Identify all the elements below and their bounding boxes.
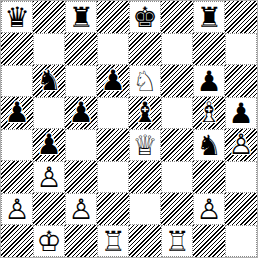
square-f1[interactable]: ♜♖ <box>161 225 193 257</box>
black-pawn-glyph: ♟ <box>33 129 65 161</box>
square-c7[interactable] <box>65 33 97 65</box>
chess-board: ♛♛♜♜♚♚♜♜♞♞♟♟♞♘♟♟♟♟♟♟♝♝♝♗♟♟♟♟♛♕♞♞♟♙♟♙♟♙♟♙… <box>0 0 258 258</box>
square-d6[interactable]: ♟♟ <box>97 65 129 97</box>
white-rook-glyph: ♖ <box>98 226 128 256</box>
black-knight-glyph: ♞ <box>33 65 65 97</box>
black-pawn-b4[interactable]: ♟♟ <box>33 129 65 161</box>
black-pawn-glyph: ♟ <box>226 98 256 128</box>
white-bishop-g5[interactable]: ♝♗ <box>193 97 225 129</box>
square-h8[interactable] <box>225 1 257 33</box>
black-rook-glyph: ♜ <box>194 2 224 32</box>
black-pawn-glyph: ♟ <box>97 65 129 97</box>
white-pawn-glyph: ♙ <box>194 194 224 224</box>
square-d8[interactable] <box>97 1 129 33</box>
square-e5[interactable]: ♝♝ <box>129 97 161 129</box>
square-a4[interactable] <box>1 129 33 161</box>
white-pawn-glyph: ♙ <box>66 194 96 224</box>
black-pawn-a5[interactable]: ♟♟ <box>1 97 33 129</box>
square-h7[interactable] <box>225 33 257 65</box>
square-c3[interactable] <box>65 161 97 193</box>
square-f8[interactable] <box>161 1 193 33</box>
white-king-glyph: ♔ <box>34 226 64 256</box>
square-b6[interactable]: ♞♞ <box>33 65 65 97</box>
square-d5[interactable] <box>97 97 129 129</box>
white-rook-d1[interactable]: ♜♖ <box>98 226 128 256</box>
square-c4[interactable] <box>65 129 97 161</box>
white-bishop-glyph: ♗ <box>193 97 225 129</box>
square-g4[interactable]: ♞♞ <box>193 129 225 161</box>
black-pawn-glyph: ♟ <box>1 97 33 129</box>
square-a8[interactable]: ♛♛ <box>1 1 33 33</box>
square-g3[interactable] <box>193 161 225 193</box>
square-h5[interactable]: ♟♟ <box>225 97 257 129</box>
square-b3[interactable]: ♟♙ <box>33 161 65 193</box>
black-bishop-e5[interactable]: ♝♝ <box>129 97 161 129</box>
black-rook-g8[interactable]: ♜♜ <box>194 2 224 32</box>
square-b7[interactable] <box>33 33 65 65</box>
black-pawn-glyph: ♟ <box>65 97 97 129</box>
square-d1[interactable]: ♜♖ <box>97 225 129 257</box>
square-e7[interactable] <box>129 33 161 65</box>
white-pawn-g2[interactable]: ♟♙ <box>194 194 224 224</box>
black-queen-glyph: ♛ <box>2 2 32 32</box>
square-h2[interactable] <box>225 193 257 225</box>
square-a6[interactable] <box>1 65 33 97</box>
square-f7[interactable] <box>161 33 193 65</box>
square-e6[interactable]: ♞♘ <box>129 65 161 97</box>
square-g6[interactable]: ♟♟ <box>193 65 225 97</box>
white-pawn-h4[interactable]: ♟♙ <box>225 129 257 161</box>
black-bishop-glyph: ♝ <box>129 97 161 129</box>
square-f5[interactable] <box>161 97 193 129</box>
white-rook-f1[interactable]: ♜♖ <box>162 226 192 256</box>
square-c1[interactable] <box>65 225 97 257</box>
white-queen-glyph: ♕ <box>130 130 160 160</box>
square-a2[interactable]: ♟♙ <box>1 193 33 225</box>
white-pawn-c2[interactable]: ♟♙ <box>66 194 96 224</box>
square-e1[interactable] <box>129 225 161 257</box>
white-king-b1[interactable]: ♚♔ <box>34 226 64 256</box>
square-c8[interactable]: ♜♜ <box>65 1 97 33</box>
black-rook-c8[interactable]: ♜♜ <box>66 2 96 32</box>
black-knight-glyph: ♞ <box>194 130 224 160</box>
square-d3[interactable] <box>97 161 129 193</box>
square-b5[interactable] <box>33 97 65 129</box>
square-d4[interactable] <box>97 129 129 161</box>
black-knight-b6[interactable]: ♞♞ <box>33 65 65 97</box>
white-pawn-b3[interactable]: ♟♙ <box>34 162 64 192</box>
square-h3[interactable] <box>225 161 257 193</box>
square-h4[interactable]: ♟♙ <box>225 129 257 161</box>
white-pawn-glyph: ♙ <box>2 194 32 224</box>
square-e3[interactable] <box>129 161 161 193</box>
white-pawn-glyph: ♙ <box>225 129 257 161</box>
square-g2[interactable]: ♟♙ <box>193 193 225 225</box>
black-pawn-glyph: ♟ <box>194 66 224 96</box>
white-knight-glyph: ♘ <box>130 66 160 96</box>
black-king-e8[interactable]: ♚♚ <box>130 2 160 32</box>
square-a3[interactable] <box>1 161 33 193</box>
square-a5[interactable]: ♟♟ <box>1 97 33 129</box>
black-knight-g4[interactable]: ♞♞ <box>194 130 224 160</box>
square-a1[interactable] <box>1 225 33 257</box>
square-f4[interactable] <box>161 129 193 161</box>
square-h1[interactable] <box>225 225 257 257</box>
black-rook-glyph: ♜ <box>66 2 96 32</box>
square-b1[interactable]: ♚♔ <box>33 225 65 257</box>
black-pawn-g6[interactable]: ♟♟ <box>194 66 224 96</box>
square-f2[interactable] <box>161 193 193 225</box>
square-d2[interactable] <box>97 193 129 225</box>
square-g5[interactable]: ♝♗ <box>193 97 225 129</box>
square-d7[interactable] <box>97 33 129 65</box>
black-pawn-c5[interactable]: ♟♟ <box>65 97 97 129</box>
square-h6[interactable] <box>225 65 257 97</box>
black-pawn-h5[interactable]: ♟♟ <box>226 98 256 128</box>
square-f6[interactable] <box>161 65 193 97</box>
square-b2[interactable] <box>33 193 65 225</box>
square-b8[interactable] <box>33 1 65 33</box>
square-g8[interactable]: ♜♜ <box>193 1 225 33</box>
square-c2[interactable]: ♟♙ <box>65 193 97 225</box>
square-c5[interactable]: ♟♟ <box>65 97 97 129</box>
black-queen-a8[interactable]: ♛♛ <box>2 2 32 32</box>
square-a7[interactable] <box>1 33 33 65</box>
white-rook-glyph: ♖ <box>162 226 192 256</box>
square-f3[interactable] <box>161 161 193 193</box>
black-king-glyph: ♚ <box>130 2 160 32</box>
white-pawn-a2[interactable]: ♟♙ <box>2 194 32 224</box>
square-b4[interactable]: ♟♟ <box>33 129 65 161</box>
square-c6[interactable] <box>65 65 97 97</box>
black-pawn-d6[interactable]: ♟♟ <box>97 65 129 97</box>
square-e2[interactable] <box>129 193 161 225</box>
square-e8[interactable]: ♚♚ <box>129 1 161 33</box>
square-e4[interactable]: ♛♕ <box>129 129 161 161</box>
white-pawn-glyph: ♙ <box>34 162 64 192</box>
square-g1[interactable] <box>193 225 225 257</box>
white-knight-e6[interactable]: ♞♘ <box>130 66 160 96</box>
square-g7[interactable] <box>193 33 225 65</box>
white-queen-e4[interactable]: ♛♕ <box>130 130 160 160</box>
